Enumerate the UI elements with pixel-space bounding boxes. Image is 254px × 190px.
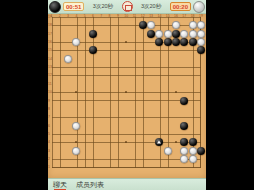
stone-black xyxy=(180,122,188,130)
stone-white xyxy=(172,21,180,29)
stone-white xyxy=(180,30,188,38)
stone-white xyxy=(72,38,80,46)
star-point xyxy=(125,41,127,43)
stone-white xyxy=(189,21,197,29)
stone-white xyxy=(180,155,188,163)
star-point xyxy=(125,91,127,93)
stone-white xyxy=(189,155,197,163)
black-byoyomi-label: 3次20秒 xyxy=(86,3,119,10)
white-player-avatar[interactable] xyxy=(193,1,205,13)
stone-black xyxy=(180,97,188,105)
letterbox-frame: 00:51 3次20秒 3次20秒 00:20 1234567891011121… xyxy=(0,0,254,190)
stone-white xyxy=(147,21,155,29)
stone-white xyxy=(164,30,172,38)
stone-white xyxy=(64,55,72,63)
stone-white xyxy=(197,21,205,29)
stone-white xyxy=(197,38,205,46)
stone-white xyxy=(72,147,80,155)
seal-icon xyxy=(122,1,133,12)
white-timer: 00:20 xyxy=(170,2,191,11)
tab-chat[interactable]: 聊天 xyxy=(53,180,67,190)
star-point xyxy=(175,91,177,93)
stone-black xyxy=(155,138,163,146)
white-byoyomi-label: 3次20秒 xyxy=(135,3,168,10)
stone-black xyxy=(147,30,155,38)
tab-members[interactable]: 成员列表 xyxy=(76,180,104,190)
stone-black xyxy=(139,21,147,29)
board-grid[interactable] xyxy=(52,17,202,168)
stone-white xyxy=(155,30,163,38)
game-info-bar: 00:51 3次20秒 3次20秒 00:20 xyxy=(48,0,206,14)
go-app-screen: 00:51 3次20秒 3次20秒 00:20 1234567891011121… xyxy=(48,0,206,190)
stone-black xyxy=(172,38,180,46)
go-board[interactable]: 12345678910111213141516171819 1918171615… xyxy=(48,14,206,178)
stone-black xyxy=(89,46,97,54)
stone-black xyxy=(180,38,188,46)
stone-black xyxy=(189,38,197,46)
stone-black xyxy=(164,38,172,46)
stone-black xyxy=(180,138,188,146)
black-timer: 00:51 xyxy=(63,2,84,11)
active-tab-underline xyxy=(54,189,66,190)
stone-white xyxy=(72,122,80,130)
bottom-tab-bar: 聊天 成员列表 xyxy=(48,178,206,190)
star-point xyxy=(175,141,177,143)
stone-white xyxy=(189,30,197,38)
stone-black xyxy=(89,30,97,38)
stone-white xyxy=(180,147,188,155)
stone-black xyxy=(197,147,205,155)
black-player-avatar[interactable] xyxy=(49,1,61,13)
stone-black xyxy=(189,138,197,146)
stone-white xyxy=(164,147,172,155)
stone-white xyxy=(189,147,197,155)
stone-white xyxy=(197,30,205,38)
last-move-marker xyxy=(157,141,161,144)
stone-black xyxy=(155,38,163,46)
stone-black xyxy=(197,46,205,54)
star-point xyxy=(75,141,77,143)
star-point xyxy=(75,91,77,93)
stone-black xyxy=(172,30,180,38)
star-point xyxy=(125,141,127,143)
